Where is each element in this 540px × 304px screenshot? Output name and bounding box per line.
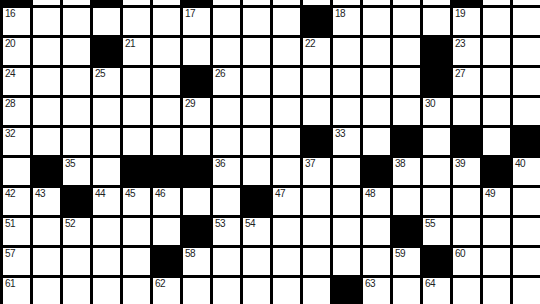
cell-r7c7[interactable] bbox=[183, 188, 210, 215]
cell-r5c2[interactable] bbox=[33, 128, 60, 155]
cell-r4c13[interactable] bbox=[363, 98, 390, 125]
clue-number-44: 44 bbox=[95, 188, 105, 199]
cell-r0c9[interactable] bbox=[243, 0, 270, 5]
cell-r7c11[interactable] bbox=[303, 188, 330, 215]
black-cell-r7c9 bbox=[243, 188, 270, 215]
cell-r2c2[interactable] bbox=[33, 38, 60, 65]
cell-r8c11[interactable] bbox=[303, 218, 330, 245]
cell-r9c5[interactable] bbox=[123, 248, 150, 275]
cell-r4c1[interactable]: 28 bbox=[3, 98, 30, 125]
cell-r9c13[interactable] bbox=[363, 248, 390, 275]
black-cell-r2c15 bbox=[423, 38, 450, 65]
clue-number-49: 49 bbox=[485, 188, 495, 199]
cell-r7c10[interactable]: 47 bbox=[273, 188, 300, 215]
cell-r9c3[interactable] bbox=[63, 248, 90, 275]
cell-r10c13[interactable]: 63 bbox=[363, 278, 390, 304]
clue-number-36: 36 bbox=[215, 158, 225, 169]
cell-r1c6[interactable] bbox=[153, 8, 180, 35]
clue-number-26: 26 bbox=[215, 68, 225, 79]
cell-r4c12[interactable] bbox=[333, 98, 360, 125]
clue-number-35: 35 bbox=[65, 158, 75, 169]
cell-r3c2[interactable] bbox=[33, 68, 60, 95]
cell-r10c11[interactable] bbox=[303, 278, 330, 304]
cell-r2c12[interactable] bbox=[333, 38, 360, 65]
cell-r5c10[interactable] bbox=[273, 128, 300, 155]
cell-r10c6[interactable]: 62 bbox=[153, 278, 180, 304]
cell-r2c1[interactable]: 20 bbox=[3, 38, 30, 65]
clue-number-54: 54 bbox=[245, 218, 255, 229]
clue-number-33: 33 bbox=[335, 128, 345, 139]
black-cell-r8c7 bbox=[183, 218, 210, 245]
cell-r2c18[interactable] bbox=[513, 38, 540, 65]
cell-r2c11[interactable]: 22 bbox=[303, 38, 330, 65]
cell-r7c6[interactable]: 46 bbox=[153, 188, 180, 215]
cell-r10c7[interactable] bbox=[183, 278, 210, 304]
cell-r8c16[interactable] bbox=[453, 218, 480, 245]
cell-r0c15[interactable] bbox=[423, 0, 450, 5]
cell-r4c9[interactable] bbox=[243, 98, 270, 125]
cell-r4c10[interactable] bbox=[273, 98, 300, 125]
cell-r6c18[interactable]: 40 bbox=[513, 158, 540, 185]
cell-r5c12[interactable]: 33 bbox=[333, 128, 360, 155]
cell-r1c5[interactable] bbox=[123, 8, 150, 35]
cell-r6c9[interactable] bbox=[243, 158, 270, 185]
cell-r0c8[interactable] bbox=[213, 0, 240, 5]
cell-r5c8[interactable] bbox=[213, 128, 240, 155]
cell-r5c7[interactable] bbox=[183, 128, 210, 155]
cell-r3c18[interactable] bbox=[513, 68, 540, 95]
black-cell-r7c3 bbox=[63, 188, 90, 215]
cell-r7c15[interactable] bbox=[423, 188, 450, 215]
cell-r5c17[interactable] bbox=[483, 128, 510, 155]
clue-number-27: 27 bbox=[455, 68, 465, 79]
cell-r5c9[interactable] bbox=[243, 128, 270, 155]
clue-number-30: 30 bbox=[425, 98, 435, 109]
cell-r5c3[interactable] bbox=[63, 128, 90, 155]
cell-r3c5[interactable] bbox=[123, 68, 150, 95]
cell-r9c12[interactable] bbox=[333, 248, 360, 275]
cell-r5c15[interactable] bbox=[423, 128, 450, 155]
cell-r10c10[interactable] bbox=[273, 278, 300, 304]
cell-r0c18[interactable] bbox=[513, 0, 540, 5]
cell-r3c10[interactable] bbox=[273, 68, 300, 95]
cell-r6c3[interactable]: 35 bbox=[63, 158, 90, 185]
cell-r7c5[interactable]: 45 bbox=[123, 188, 150, 215]
black-cell-r9c6 bbox=[153, 248, 180, 275]
cell-r0c12[interactable] bbox=[333, 0, 360, 5]
clue-number-53: 53 bbox=[215, 218, 225, 229]
clue-number-47: 47 bbox=[275, 188, 285, 199]
cell-r2c8[interactable] bbox=[213, 38, 240, 65]
cell-r7c1[interactable]: 42 bbox=[3, 188, 30, 215]
cell-r2c17[interactable] bbox=[483, 38, 510, 65]
cell-r9c11[interactable] bbox=[303, 248, 330, 275]
cell-r5c4[interactable] bbox=[93, 128, 120, 155]
cell-r1c14[interactable] bbox=[393, 8, 420, 35]
cell-r3c6[interactable] bbox=[153, 68, 180, 95]
clue-number-24: 24 bbox=[5, 68, 15, 79]
cell-r7c12[interactable] bbox=[333, 188, 360, 215]
cell-r3c12[interactable] bbox=[333, 68, 360, 95]
cell-r6c15[interactable] bbox=[423, 158, 450, 185]
cell-r9c2[interactable] bbox=[33, 248, 60, 275]
cell-r6c16[interactable]: 39 bbox=[453, 158, 480, 185]
cell-r8c3[interactable]: 52 bbox=[63, 218, 90, 245]
cell-r10c5[interactable] bbox=[123, 278, 150, 304]
cell-r4c4[interactable] bbox=[93, 98, 120, 125]
black-cell-r1c11 bbox=[303, 8, 330, 35]
cell-r1c15[interactable] bbox=[423, 8, 450, 35]
cell-r1c2[interactable] bbox=[33, 8, 60, 35]
clue-number-38: 38 bbox=[395, 158, 405, 169]
cell-r3c4[interactable]: 25 bbox=[93, 68, 120, 95]
clue-number-17: 17 bbox=[185, 8, 195, 19]
cell-r9c7[interactable]: 58 bbox=[183, 248, 210, 275]
cell-r0c11[interactable] bbox=[303, 0, 330, 5]
cell-r7c18[interactable] bbox=[513, 188, 540, 215]
cell-r1c17[interactable] bbox=[483, 8, 510, 35]
cell-r4c14[interactable] bbox=[393, 98, 420, 125]
cell-r9c4[interactable] bbox=[93, 248, 120, 275]
cell-r7c13[interactable]: 48 bbox=[363, 188, 390, 215]
clue-number-28: 28 bbox=[5, 98, 15, 109]
cell-r4c7[interactable]: 29 bbox=[183, 98, 210, 125]
cell-r3c13[interactable] bbox=[363, 68, 390, 95]
cell-r8c13[interactable] bbox=[363, 218, 390, 245]
cell-r3c3[interactable] bbox=[63, 68, 90, 95]
cell-r6c12[interactable] bbox=[333, 158, 360, 185]
cell-r9c16[interactable]: 60 bbox=[453, 248, 480, 275]
cell-r6c10[interactable] bbox=[273, 158, 300, 185]
clue-number-21: 21 bbox=[125, 38, 135, 49]
cell-r1c18[interactable] bbox=[513, 8, 540, 35]
cell-r0c13[interactable] bbox=[363, 0, 390, 5]
cell-r6c4[interactable] bbox=[93, 158, 120, 185]
clue-number-19: 19 bbox=[455, 8, 465, 19]
clue-number-43: 43 bbox=[35, 188, 45, 199]
cell-r9c10[interactable] bbox=[273, 248, 300, 275]
cell-r8c10[interactable] bbox=[273, 218, 300, 245]
cell-r8c12[interactable] bbox=[333, 218, 360, 245]
cell-r7c14[interactable] bbox=[393, 188, 420, 215]
cell-r1c8[interactable] bbox=[213, 8, 240, 35]
cell-r1c1[interactable]: 16 bbox=[3, 8, 30, 35]
cell-r10c2[interactable] bbox=[33, 278, 60, 304]
clue-number-63: 63 bbox=[365, 278, 375, 289]
black-cell-r2c4 bbox=[93, 38, 120, 65]
clue-number-64: 64 bbox=[425, 278, 435, 289]
black-cell-r6c2 bbox=[33, 158, 60, 185]
cell-r6c1[interactable] bbox=[3, 158, 30, 185]
cell-r9c18[interactable] bbox=[513, 248, 540, 275]
cell-r3c8[interactable]: 26 bbox=[213, 68, 240, 95]
cell-r8c8[interactable]: 53 bbox=[213, 218, 240, 245]
cell-r7c8[interactable] bbox=[213, 188, 240, 215]
black-cell-r0c7 bbox=[183, 0, 210, 5]
cell-r8c1[interactable]: 51 bbox=[3, 218, 30, 245]
cell-r10c14[interactable] bbox=[393, 278, 420, 304]
cell-r1c10[interactable] bbox=[273, 8, 300, 35]
cell-r0c6[interactable] bbox=[153, 0, 180, 5]
cell-r5c5[interactable] bbox=[123, 128, 150, 155]
cell-r0c14[interactable] bbox=[393, 0, 420, 5]
cell-r2c10[interactable] bbox=[273, 38, 300, 65]
cell-r2c6[interactable] bbox=[153, 38, 180, 65]
black-cell-r6c17 bbox=[483, 158, 510, 185]
cell-r10c3[interactable] bbox=[63, 278, 90, 304]
cell-r7c16[interactable] bbox=[453, 188, 480, 215]
cell-r10c15[interactable]: 64 bbox=[423, 278, 450, 304]
black-cell-r0c1 bbox=[3, 0, 30, 5]
cell-r4c5[interactable] bbox=[123, 98, 150, 125]
clue-number-62: 62 bbox=[155, 278, 165, 289]
cell-r4c17[interactable] bbox=[483, 98, 510, 125]
black-cell-r10c12 bbox=[333, 278, 360, 304]
cell-r7c4[interactable]: 44 bbox=[93, 188, 120, 215]
clue-number-48: 48 bbox=[365, 188, 375, 199]
cell-r0c5[interactable] bbox=[123, 0, 150, 5]
clue-number-51: 51 bbox=[5, 218, 15, 229]
cell-r10c4[interactable] bbox=[93, 278, 120, 304]
cell-r3c14[interactable] bbox=[393, 68, 420, 95]
cell-r3c17[interactable] bbox=[483, 68, 510, 95]
cell-r5c1[interactable]: 32 bbox=[3, 128, 30, 155]
cell-r0c17[interactable] bbox=[483, 0, 510, 5]
cell-r6c8[interactable]: 36 bbox=[213, 158, 240, 185]
cell-r9c8[interactable] bbox=[213, 248, 240, 275]
cell-r0c2[interactable] bbox=[33, 0, 60, 5]
clue-number-46: 46 bbox=[155, 188, 165, 199]
clue-number-16: 16 bbox=[5, 8, 15, 19]
cell-r4c11[interactable] bbox=[303, 98, 330, 125]
cell-r0c3[interactable] bbox=[63, 0, 90, 5]
black-cell-r0c4 bbox=[93, 0, 120, 5]
clue-number-20: 20 bbox=[5, 38, 15, 49]
black-cell-r9c15 bbox=[423, 248, 450, 275]
black-cell-r5c14 bbox=[393, 128, 420, 155]
cell-r3c9[interactable] bbox=[243, 68, 270, 95]
cell-r4c16[interactable] bbox=[453, 98, 480, 125]
cell-r2c3[interactable] bbox=[63, 38, 90, 65]
clue-number-40: 40 bbox=[515, 158, 525, 169]
clue-number-18: 18 bbox=[335, 8, 345, 19]
cell-r8c4[interactable] bbox=[93, 218, 120, 245]
cell-r4c8[interactable] bbox=[213, 98, 240, 125]
black-cell-r5c16 bbox=[453, 128, 480, 155]
cell-r2c9[interactable] bbox=[243, 38, 270, 65]
cell-r0c10[interactable] bbox=[273, 0, 300, 5]
cell-r1c12[interactable]: 18 bbox=[333, 8, 360, 35]
black-cell-r6c6 bbox=[153, 158, 180, 185]
cell-r5c6[interactable] bbox=[153, 128, 180, 155]
cell-r1c7[interactable]: 17 bbox=[183, 8, 210, 35]
cell-r4c15[interactable]: 30 bbox=[423, 98, 450, 125]
black-cell-r0c16 bbox=[453, 0, 480, 5]
clue-number-52: 52 bbox=[65, 218, 75, 229]
black-cell-r8c14 bbox=[393, 218, 420, 245]
cell-r4c3[interactable] bbox=[63, 98, 90, 125]
black-cell-r5c18 bbox=[513, 128, 540, 155]
cell-r9c17[interactable] bbox=[483, 248, 510, 275]
clue-number-59: 59 bbox=[395, 248, 405, 259]
clue-number-29: 29 bbox=[185, 98, 195, 109]
cell-r2c16[interactable]: 23 bbox=[453, 38, 480, 65]
cell-r2c7[interactable] bbox=[183, 38, 210, 65]
clue-number-42: 42 bbox=[5, 188, 15, 199]
black-cell-r3c15 bbox=[423, 68, 450, 95]
cell-r3c11[interactable] bbox=[303, 68, 330, 95]
clue-number-61: 61 bbox=[5, 278, 15, 289]
cell-r3c1[interactable]: 24 bbox=[3, 68, 30, 95]
cell-r9c1[interactable]: 57 bbox=[3, 248, 30, 275]
cell-r2c14[interactable] bbox=[393, 38, 420, 65]
cell-r1c13[interactable] bbox=[363, 8, 390, 35]
cell-r10c8[interactable] bbox=[213, 278, 240, 304]
clue-number-32: 32 bbox=[5, 128, 15, 139]
cell-r2c13[interactable] bbox=[363, 38, 390, 65]
clue-number-37: 37 bbox=[305, 158, 315, 169]
cell-r6c14[interactable]: 38 bbox=[393, 158, 420, 185]
cell-r8c5[interactable] bbox=[123, 218, 150, 245]
clue-number-45: 45 bbox=[125, 188, 135, 199]
cell-r1c9[interactable] bbox=[243, 8, 270, 35]
cell-r1c4[interactable] bbox=[93, 8, 120, 35]
black-cell-r5c11 bbox=[303, 128, 330, 155]
black-cell-r6c5 bbox=[123, 158, 150, 185]
clue-number-22: 22 bbox=[305, 38, 315, 49]
clue-number-25: 25 bbox=[95, 68, 105, 79]
cell-r8c9[interactable]: 54 bbox=[243, 218, 270, 245]
clue-number-57: 57 bbox=[5, 248, 15, 259]
black-cell-r6c7 bbox=[183, 158, 210, 185]
clue-number-39: 39 bbox=[455, 158, 465, 169]
cell-r1c16[interactable]: 19 bbox=[453, 8, 480, 35]
cell-r10c1[interactable]: 61 bbox=[3, 278, 30, 304]
cell-r10c17[interactable] bbox=[483, 278, 510, 304]
cell-r2c5[interactable]: 21 bbox=[123, 38, 150, 65]
clue-number-58: 58 bbox=[185, 248, 195, 259]
cell-r4c6[interactable] bbox=[153, 98, 180, 125]
cell-r8c2[interactable] bbox=[33, 218, 60, 245]
cell-r6c11[interactable]: 37 bbox=[303, 158, 330, 185]
clue-number-55: 55 bbox=[425, 218, 435, 229]
cell-r5c13[interactable] bbox=[363, 128, 390, 155]
cell-r4c18[interactable] bbox=[513, 98, 540, 125]
cell-r7c2[interactable]: 43 bbox=[33, 188, 60, 215]
black-cell-r6c13 bbox=[363, 158, 390, 185]
cell-r9c9[interactable] bbox=[243, 248, 270, 275]
cell-r10c18[interactable] bbox=[513, 278, 540, 304]
cell-r4c2[interactable] bbox=[33, 98, 60, 125]
clue-number-23: 23 bbox=[455, 38, 465, 49]
clue-number-60: 60 bbox=[455, 248, 465, 259]
cell-r9c14[interactable]: 59 bbox=[393, 248, 420, 275]
crossword-grid: 1617181920212223242526272829303233353637… bbox=[0, 0, 540, 304]
cell-r8c6[interactable] bbox=[153, 218, 180, 245]
cell-r7c17[interactable]: 49 bbox=[483, 188, 510, 215]
cell-r8c18[interactable] bbox=[513, 218, 540, 245]
cell-r10c16[interactable] bbox=[453, 278, 480, 304]
cell-r10c9[interactable] bbox=[243, 278, 270, 304]
cell-r1c3[interactable] bbox=[63, 8, 90, 35]
black-cell-r3c7 bbox=[183, 68, 210, 95]
cell-r8c15[interactable]: 55 bbox=[423, 218, 450, 245]
cell-r3c16[interactable]: 27 bbox=[453, 68, 480, 95]
cell-r8c17[interactable] bbox=[483, 218, 510, 245]
